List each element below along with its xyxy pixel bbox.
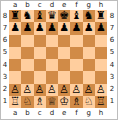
file-label-c: c <box>34 110 46 117</box>
square-g4[interactable] <box>83 59 95 71</box>
piece-black-queen: ♛ <box>47 10 57 22</box>
file-label-b: b <box>21 2 33 9</box>
square-c7[interactable]: ♟ <box>34 22 46 34</box>
piece-black-pawn: ♟ <box>71 22 81 34</box>
file-label-d: d <box>46 110 58 117</box>
piece-black-pawn: ♟ <box>47 22 57 34</box>
piece-black-pawn: ♟ <box>59 22 69 34</box>
rank-label-3: 3 <box>107 74 117 81</box>
rank-label-8: 8 <box>107 13 117 20</box>
square-b8[interactable]: ♞ <box>21 10 33 22</box>
square-c3[interactable] <box>34 71 46 83</box>
square-c4[interactable] <box>34 59 46 71</box>
square-e8[interactable]: ♚ <box>58 10 70 22</box>
square-g7[interactable]: ♟ <box>83 22 95 34</box>
square-h7[interactable]: ♟ <box>95 22 107 34</box>
square-g8[interactable]: ♞ <box>83 10 95 22</box>
file-label-e: e <box>58 110 70 117</box>
square-e1[interactable]: ♔ <box>58 96 70 108</box>
square-g3[interactable] <box>83 71 95 83</box>
file-label-e: e <box>58 2 70 9</box>
piece-white-pawn: ♙ <box>47 84 57 96</box>
piece-black-bishop: ♝ <box>71 10 81 22</box>
file-label-c: c <box>34 2 46 9</box>
square-h6[interactable] <box>95 35 107 47</box>
file-label-f: f <box>70 110 82 117</box>
piece-white-pawn: ♙ <box>71 84 81 96</box>
square-d2[interactable]: ♙ <box>46 84 58 96</box>
file-label-d: d <box>46 2 58 9</box>
square-h5[interactable] <box>95 47 107 59</box>
square-c6[interactable] <box>34 35 46 47</box>
piece-white-bishop: ♗ <box>35 96 45 108</box>
square-f2[interactable]: ♙ <box>70 84 82 96</box>
square-h8[interactable]: ♜ <box>95 10 107 22</box>
square-g2[interactable]: ♙ <box>83 84 95 96</box>
piece-black-king: ♚ <box>59 10 69 22</box>
square-a3[interactable] <box>9 71 21 83</box>
rank-label-1: 1 <box>107 98 117 105</box>
corner-bottom-left <box>1 108 9 119</box>
piece-black-rook: ♜ <box>96 10 106 22</box>
file-label-f: f <box>70 2 82 9</box>
piece-black-pawn: ♟ <box>84 22 94 34</box>
rank-label-5: 5 <box>107 49 117 56</box>
piece-white-pawn: ♙ <box>59 84 69 96</box>
piece-black-pawn: ♟ <box>22 22 32 34</box>
piece-white-pawn: ♙ <box>10 84 20 96</box>
square-b5[interactable] <box>21 47 33 59</box>
square-b4[interactable] <box>21 59 33 71</box>
rank-label-3: 3 <box>1 74 9 81</box>
square-b2[interactable]: ♙ <box>21 84 33 96</box>
square-d4[interactable] <box>46 59 58 71</box>
square-h2[interactable]: ♙ <box>95 84 107 96</box>
piece-black-knight: ♞ <box>22 10 32 22</box>
square-d1[interactable]: ♕ <box>46 96 58 108</box>
square-b7[interactable]: ♟ <box>21 22 33 34</box>
square-a5[interactable] <box>9 47 21 59</box>
square-d8[interactable]: ♛ <box>46 10 58 22</box>
square-d5[interactable] <box>46 47 58 59</box>
file-label-g: g <box>83 110 95 117</box>
square-a2[interactable]: ♙ <box>9 84 21 96</box>
piece-white-rook: ♖ <box>96 96 106 108</box>
square-a4[interactable] <box>9 59 21 71</box>
piece-white-pawn: ♙ <box>84 84 94 96</box>
square-f6[interactable] <box>70 35 82 47</box>
square-g1[interactable]: ♘ <box>83 96 95 108</box>
file-label-h: h <box>95 2 107 9</box>
corner-bottom-right <box>107 108 117 119</box>
square-a1[interactable]: ♖ <box>9 96 21 108</box>
square-e6[interactable] <box>58 35 70 47</box>
file-label-g: g <box>83 2 95 9</box>
chess-diagram: abcdefgh 87654321 ♜♞♝♛♚♝♞♜♟♟♟♟♟♟♟♟♙♙♙♙♙♙… <box>0 0 118 120</box>
square-d6[interactable] <box>46 35 58 47</box>
rank-labels-right: 87654321 <box>107 10 117 108</box>
piece-black-knight: ♞ <box>84 10 94 22</box>
piece-black-pawn: ♟ <box>35 22 45 34</box>
square-e2[interactable]: ♙ <box>58 84 70 96</box>
rank-label-7: 7 <box>107 25 117 32</box>
piece-white-pawn: ♙ <box>22 84 32 96</box>
square-b6[interactable] <box>21 35 33 47</box>
piece-black-rook: ♜ <box>10 10 20 22</box>
square-h4[interactable] <box>95 59 107 71</box>
file-labels-top: abcdefgh <box>9 1 107 10</box>
square-f7[interactable]: ♟ <box>70 22 82 34</box>
square-f4[interactable] <box>70 59 82 71</box>
square-e5[interactable] <box>58 47 70 59</box>
square-a6[interactable] <box>9 35 21 47</box>
square-g6[interactable] <box>83 35 95 47</box>
piece-black-pawn: ♟ <box>10 22 20 34</box>
rank-label-5: 5 <box>1 49 9 56</box>
rank-label-4: 4 <box>107 62 117 69</box>
rank-label-1: 1 <box>1 98 9 105</box>
square-h3[interactable] <box>95 71 107 83</box>
rank-label-8: 8 <box>1 13 9 20</box>
square-c5[interactable] <box>34 47 46 59</box>
corner-top-left <box>1 1 9 10</box>
file-labels-bottom: abcdefgh <box>9 108 107 119</box>
file-label-a: a <box>9 2 21 9</box>
square-f1[interactable]: ♗ <box>70 96 82 108</box>
square-a8[interactable]: ♜ <box>9 10 21 22</box>
piece-white-king: ♔ <box>59 96 69 108</box>
square-f8[interactable]: ♝ <box>70 10 82 22</box>
corner-top-right <box>107 1 117 10</box>
square-d3[interactable] <box>46 71 58 83</box>
square-h1[interactable]: ♖ <box>95 96 107 108</box>
rank-label-6: 6 <box>107 37 117 44</box>
square-e4[interactable] <box>58 59 70 71</box>
square-d7[interactable]: ♟ <box>46 22 58 34</box>
piece-white-pawn: ♙ <box>96 84 106 96</box>
file-label-b: b <box>21 110 33 117</box>
square-f3[interactable] <box>70 71 82 83</box>
piece-black-pawn: ♟ <box>96 22 106 34</box>
file-label-h: h <box>95 110 107 117</box>
square-c1[interactable]: ♗ <box>34 96 46 108</box>
rank-label-2: 2 <box>107 86 117 93</box>
square-e7[interactable]: ♟ <box>58 22 70 34</box>
piece-white-knight: ♘ <box>84 96 94 108</box>
piece-white-queen: ♕ <box>47 96 57 108</box>
square-c8[interactable]: ♝ <box>34 10 46 22</box>
square-c2[interactable]: ♙ <box>34 84 46 96</box>
rank-labels-left: 87654321 <box>1 10 9 108</box>
square-f5[interactable] <box>70 47 82 59</box>
piece-white-knight: ♘ <box>22 96 32 108</box>
chessboard: ♜♞♝♛♚♝♞♜♟♟♟♟♟♟♟♟♙♙♙♙♙♙♙♙♖♘♗♕♔♗♘♖ <box>9 10 107 108</box>
rank-label-2: 2 <box>1 86 9 93</box>
square-g5[interactable] <box>83 47 95 59</box>
square-b1[interactable]: ♘ <box>21 96 33 108</box>
rank-label-4: 4 <box>1 62 9 69</box>
piece-white-rook: ♖ <box>10 96 20 108</box>
square-b3[interactable] <box>21 71 33 83</box>
rank-label-6: 6 <box>1 37 9 44</box>
piece-white-bishop: ♗ <box>71 96 81 108</box>
rank-label-7: 7 <box>1 25 9 32</box>
piece-white-pawn: ♙ <box>35 84 45 96</box>
piece-black-bishop: ♝ <box>35 10 45 22</box>
square-a7[interactable]: ♟ <box>9 22 21 34</box>
file-label-a: a <box>9 110 21 117</box>
square-e3[interactable] <box>58 71 70 83</box>
